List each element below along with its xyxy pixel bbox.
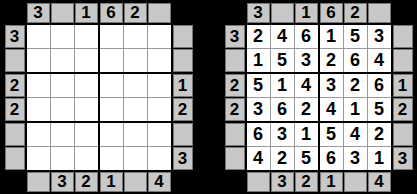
clue-bottom-1	[247, 172, 270, 192]
cell-r5c2: 3	[271, 123, 294, 146]
clue-right-3: 1	[173, 74, 193, 97]
clue-top-6	[368, 3, 391, 23]
clue-top-4: 6	[320, 3, 343, 23]
clue-bottom-4: 1	[320, 172, 343, 192]
clue-right-2	[173, 49, 193, 72]
cell-r6c5: 3	[344, 147, 367, 170]
cell-r4c1: 3	[247, 98, 270, 121]
cell-r3c2: 1	[271, 74, 294, 97]
clue-bottom-2: 3	[51, 172, 74, 192]
clue-right-1	[173, 25, 193, 48]
cell-r3c1: 5	[247, 74, 270, 97]
cell-r2c6[interactable]	[148, 49, 171, 72]
cell-r2c2: 5	[271, 49, 294, 72]
clue-right-1	[393, 25, 413, 48]
cell-r5c4[interactable]	[100, 123, 123, 146]
clue-right-3: 1	[393, 74, 413, 97]
cell-r4c3: 2	[295, 98, 318, 121]
clue-top-3: 1	[75, 3, 98, 23]
clue-right-5	[173, 123, 193, 146]
clue-bottom-3: 2	[295, 172, 318, 192]
cell-r5c5: 4	[344, 123, 367, 146]
clue-bottom-1	[27, 172, 50, 192]
clue-bottom-5	[124, 172, 147, 192]
clue-right-2	[393, 49, 413, 72]
clue-left-2	[225, 49, 245, 72]
cell-r6c6[interactable]	[148, 147, 171, 170]
cell-r2c3[interactable]	[75, 49, 98, 72]
clue-right-4: 2	[173, 98, 193, 121]
clue-left-1: 3	[5, 25, 25, 48]
cell-r2c6: 4	[368, 49, 391, 72]
cell-r2c1: 1	[247, 49, 270, 72]
clue-left-2	[5, 49, 25, 72]
clue-right-6: 3	[173, 147, 193, 170]
cell-r3c2[interactable]	[51, 74, 74, 97]
cell-r3c4[interactable]	[100, 74, 123, 97]
cell-r6c3: 5	[295, 147, 318, 170]
cell-r4c2: 6	[271, 98, 294, 121]
clue-top-6	[148, 3, 171, 23]
cell-r1c4: 1	[320, 25, 343, 48]
clue-top-2	[271, 3, 294, 23]
clue-left-5	[5, 123, 25, 146]
cell-r6c2: 2	[271, 147, 294, 170]
cell-r6c2[interactable]	[51, 147, 74, 170]
clue-bottom-3: 2	[75, 172, 98, 192]
cell-r3c3: 4	[295, 74, 318, 97]
cell-r3c5: 2	[344, 74, 367, 97]
cell-r5c6: 2	[368, 123, 391, 146]
clue-top-1: 3	[247, 3, 270, 23]
cell-r1c6: 3	[368, 25, 391, 48]
clue-top-5: 2	[344, 3, 367, 23]
cell-r3c6: 6	[368, 74, 391, 97]
cell-r6c6: 1	[368, 147, 391, 170]
cell-r3c1[interactable]	[27, 74, 50, 97]
cell-r4c1[interactable]	[27, 98, 50, 121]
cell-r4c5[interactable]	[124, 98, 147, 121]
cell-r1c6[interactable]	[148, 25, 171, 48]
clue-left-3: 2	[225, 74, 245, 97]
cell-r4c6: 5	[368, 98, 391, 121]
clue-left-6	[5, 147, 25, 170]
clue-bottom-6: 4	[368, 172, 391, 192]
clue-left-1: 3	[225, 25, 245, 48]
clue-left-4: 2	[5, 98, 25, 121]
cell-r3c5[interactable]	[124, 74, 147, 97]
cell-r4c5: 1	[344, 98, 367, 121]
cell-r6c4: 6	[320, 147, 343, 170]
clue-top-3: 1	[295, 3, 318, 23]
clue-bottom-5	[344, 172, 367, 192]
cell-r2c1[interactable]	[27, 49, 50, 72]
cell-r6c1[interactable]	[27, 147, 50, 170]
cell-r2c5: 6	[344, 49, 367, 72]
skyscrapers-diagram: 33312216122243 2461531532645143263624156…	[5, 3, 413, 192]
clue-left-5	[225, 123, 245, 146]
cell-r1c5: 5	[344, 25, 367, 48]
cell-r2c4[interactable]	[100, 49, 123, 72]
cell-r3c6[interactable]	[148, 74, 171, 97]
cell-r6c5[interactable]	[124, 147, 147, 170]
clue-left-6	[225, 147, 245, 170]
cell-r6c4[interactable]	[100, 147, 123, 170]
cell-r4c4[interactable]	[100, 98, 123, 121]
cell-r5c6[interactable]	[148, 123, 171, 146]
cell-r2c4: 2	[320, 49, 343, 72]
cell-r4c3[interactable]	[75, 98, 98, 121]
cell-r5c1: 6	[247, 123, 270, 146]
cell-r3c4: 3	[320, 74, 343, 97]
board-puzzle: 33312216122243	[5, 3, 193, 192]
cell-r5c3: 1	[295, 123, 318, 146]
cell-r1c2: 4	[271, 25, 294, 48]
cell-r4c4: 4	[320, 98, 343, 121]
cell-r5c1[interactable]	[27, 123, 50, 146]
cell-r1c1[interactable]	[27, 25, 50, 48]
clue-left-4: 2	[225, 98, 245, 121]
cell-r1c5[interactable]	[124, 25, 147, 48]
clue-right-6: 3	[393, 147, 413, 170]
cell-r6c1: 4	[247, 147, 270, 170]
cell-r4c2[interactable]	[51, 98, 74, 121]
board-solution: 2461531532645143263624156315424256313331…	[225, 3, 413, 192]
cell-r5c2[interactable]	[51, 123, 74, 146]
clue-right-4: 2	[393, 98, 413, 121]
clue-right-5	[393, 123, 413, 146]
clue-bottom-2: 3	[271, 172, 294, 192]
cell-r2c5[interactable]	[124, 49, 147, 72]
cell-r2c3: 3	[295, 49, 318, 72]
clue-top-2	[51, 3, 74, 23]
cell-r5c4: 5	[320, 123, 343, 146]
clue-bottom-4: 1	[100, 172, 123, 192]
clue-top-1: 3	[27, 3, 50, 23]
clue-top-5: 2	[124, 3, 147, 23]
clue-left-3: 2	[5, 74, 25, 97]
cell-r6c3[interactable]	[75, 147, 98, 170]
cell-r1c1: 2	[247, 25, 270, 48]
cell-r1c3[interactable]	[75, 25, 98, 48]
clue-top-4: 6	[100, 3, 123, 23]
cell-r3c3[interactable]	[75, 74, 98, 97]
cell-r4c6[interactable]	[148, 98, 171, 121]
cell-r1c4[interactable]	[100, 25, 123, 48]
cell-r1c2[interactable]	[51, 25, 74, 48]
cell-r1c3: 6	[295, 25, 318, 48]
cell-r5c3[interactable]	[75, 123, 98, 146]
cell-r5c5[interactable]	[124, 123, 147, 146]
clue-bottom-6: 4	[148, 172, 171, 192]
cell-r2c2[interactable]	[51, 49, 74, 72]
